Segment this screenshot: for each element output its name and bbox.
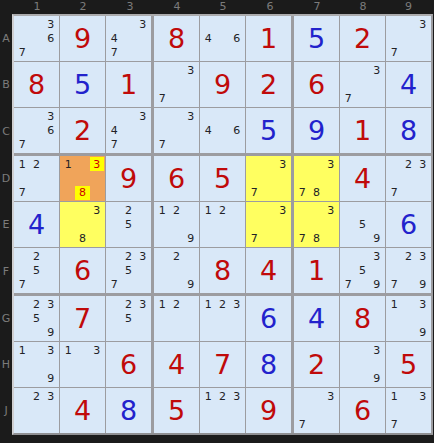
cell-value: 6 [106, 342, 151, 387]
cell-value: 6 [386, 202, 431, 247]
candidate-3: 3 [416, 389, 430, 403]
cell-G8[interactable]: 8 [340, 296, 386, 342]
cell-value: 8 [200, 248, 245, 293]
row-label-B: B [0, 79, 12, 91]
cell-D3[interactable]: 9 [106, 156, 154, 202]
candidate-7: 7 [15, 278, 29, 292]
cell-G2[interactable]: 7 [60, 296, 106, 342]
cell-F8[interactable]: 3579 [340, 248, 386, 296]
row-label-H: H [0, 359, 12, 371]
col-label-4: 4 [174, 1, 181, 13]
cell-value: 6 [154, 156, 199, 201]
candidate-5: 5 [355, 217, 369, 231]
candidate-1: 1 [155, 203, 169, 217]
candidate-9: 9 [44, 326, 58, 340]
col-label-6: 6 [267, 1, 274, 13]
candidate-2: 2 [29, 389, 43, 403]
candidate-3: 3 [90, 203, 104, 217]
candidate-7: 7 [247, 186, 261, 200]
col-label-8: 8 [360, 1, 367, 13]
candidate-9: 9 [370, 372, 384, 386]
candidate-6: 6 [44, 31, 58, 45]
candidate-grid: 347 [107, 109, 150, 152]
cell-G1[interactable]: 2359 [14, 296, 60, 342]
cell-value: 4 [154, 342, 199, 387]
row-label-F: F [0, 266, 12, 278]
candidate-4: 4 [107, 31, 121, 45]
row-label-G: G [0, 313, 12, 325]
candidate-7: 7 [387, 186, 401, 200]
candidate-grid: 137 [387, 389, 430, 432]
cell-value: 6 [294, 62, 339, 107]
candidate-grid: 12 [201, 203, 244, 246]
candidate-3: 3 [324, 157, 338, 171]
cell-E2[interactable]: 38 [60, 202, 106, 248]
cell-A2[interactable]: 9 [60, 16, 106, 62]
candidate-1: 1 [15, 157, 29, 171]
candidate-grid: 12 [155, 297, 198, 340]
candidate-3: 3 [90, 343, 104, 357]
candidate-7: 7 [15, 138, 29, 152]
candidate-grid: 123 [201, 389, 244, 432]
candidate-grid: 2357 [107, 249, 150, 292]
cell-value: 5 [294, 16, 339, 61]
candidate-1: 1 [61, 343, 75, 357]
cell-E4[interactable]: 129 [154, 202, 200, 248]
cell-D2[interactable]: 138 [60, 156, 106, 202]
cell-A3[interactable]: 347 [106, 16, 154, 62]
cell-H8[interactable]: 39 [340, 342, 386, 388]
candidate-grid: 139 [15, 343, 58, 386]
cell-value: 5 [200, 156, 245, 201]
cell-value: 8 [340, 296, 385, 341]
candidate-3: 3 [230, 389, 244, 403]
candidate-3: 3 [324, 389, 338, 403]
candidate-3: 3 [136, 17, 150, 31]
candidate-7: 7 [247, 232, 261, 246]
cell-value: 4 [14, 202, 59, 247]
candidate-grid: 13 [61, 343, 104, 386]
cell-value: 6 [246, 296, 291, 341]
candidate-3: 3 [370, 63, 384, 77]
cell-value: 8 [386, 108, 431, 153]
candidate-grid: 46 [201, 17, 244, 60]
cell-C5[interactable]: 46 [200, 108, 246, 156]
candidate-grid: 347 [107, 17, 150, 60]
cell-value: 9 [294, 108, 339, 153]
candidate-grid: 37 [295, 389, 338, 432]
cell-A4[interactable]: 8 [154, 16, 200, 62]
candidate-9: 9 [416, 326, 430, 340]
candidate-7: 7 [341, 92, 355, 106]
candidate-3: 3 [416, 17, 430, 31]
candidate-grid: 37 [155, 109, 198, 152]
candidate-3: 3 [276, 157, 290, 171]
candidate-3: 3 [44, 297, 58, 311]
cell-C3[interactable]: 347 [106, 108, 154, 156]
cell-E5[interactable]: 12 [200, 202, 246, 248]
candidate-3: 3 [276, 203, 290, 217]
cell-A9[interactable]: 37 [386, 16, 431, 62]
candidate-9: 9 [370, 278, 384, 292]
candidate-3: 3 [44, 17, 58, 31]
candidate-3: 3 [416, 297, 430, 311]
cell-value: 2 [340, 16, 385, 61]
cell-value: 5 [154, 388, 199, 433]
cell-value: 4 [294, 296, 339, 341]
cell-value: 7 [60, 296, 105, 341]
col-label-3: 3 [127, 1, 134, 13]
candidate-7: 7 [387, 46, 401, 60]
candidate-2: 2 [29, 249, 43, 263]
cell-value: 9 [60, 16, 105, 61]
candidate-grid: 38 [61, 203, 104, 246]
candidate-2: 2 [169, 203, 183, 217]
cell-C7[interactable]: 9 [294, 108, 340, 156]
cell-D1[interactable]: 127 [14, 156, 60, 202]
cell-J7[interactable]: 37 [294, 388, 340, 433]
cell-B7[interactable]: 6 [294, 62, 340, 108]
candidate-2: 2 [401, 157, 415, 171]
candidate-grid: 257 [15, 249, 58, 292]
candidate-grid: 59 [341, 203, 384, 246]
candidate-3: 3 [136, 249, 150, 263]
cell-B9[interactable]: 4 [386, 62, 431, 108]
candidate-grid: 29 [155, 249, 198, 292]
cell-J8[interactable]: 6 [340, 388, 386, 433]
candidate-grid: 37 [247, 203, 290, 246]
candidate-2: 2 [401, 249, 415, 263]
candidate-9: 9 [184, 232, 198, 246]
candidate-grid: 237 [387, 157, 430, 200]
cell-A1[interactable]: 367 [14, 16, 60, 62]
candidate-2: 2 [121, 297, 135, 311]
cell-G9[interactable]: 139 [386, 296, 431, 342]
candidate-6: 6 [230, 123, 244, 137]
candidate-3: 3 [90, 157, 104, 171]
cell-B5[interactable]: 9 [200, 62, 246, 108]
cell-A8[interactable]: 2 [340, 16, 386, 62]
cell-value: 9 [200, 62, 245, 107]
row-label-D: D [0, 173, 12, 185]
cell-J3[interactable]: 8 [106, 388, 154, 433]
cell-value: 8 [106, 388, 151, 433]
candidate-8: 8 [309, 232, 323, 246]
candidate-grid: 2359 [15, 297, 58, 340]
cell-A7[interactable]: 5 [294, 16, 340, 62]
row-label-C: C [0, 126, 12, 138]
candidate-grid: 37 [247, 157, 290, 200]
cell-F6[interactable]: 4 [246, 248, 294, 296]
cell-F9[interactable]: 2379 [386, 248, 431, 296]
candidate-6: 6 [230, 31, 244, 45]
candidate-7: 7 [341, 278, 355, 292]
cell-value: 1 [246, 16, 291, 61]
candidate-3: 3 [44, 389, 58, 403]
cell-value: 7 [200, 342, 245, 387]
cell-F4[interactable]: 29 [154, 248, 200, 296]
candidate-7: 7 [295, 186, 309, 200]
candidate-grid: 127 [15, 157, 58, 200]
candidate-1: 1 [201, 297, 215, 311]
candidate-5: 5 [29, 311, 43, 325]
candidate-2: 2 [215, 389, 229, 403]
candidate-3: 3 [370, 343, 384, 357]
cell-B3[interactable]: 1 [106, 62, 154, 108]
candidate-5: 5 [121, 217, 135, 231]
candidate-2: 2 [169, 249, 183, 263]
candidate-1: 1 [201, 389, 215, 403]
board-area: 3679347846152378513792637436723473746591… [0, 0, 434, 443]
cell-J4[interactable]: 5 [154, 388, 200, 433]
candidate-5: 5 [121, 311, 135, 325]
cell-G3[interactable]: 235 [106, 296, 154, 342]
cell-value: 8 [246, 342, 291, 387]
cell-E8[interactable]: 59 [340, 202, 386, 248]
candidate-grid: 23 [15, 389, 58, 432]
cell-D6[interactable]: 37 [246, 156, 294, 202]
candidate-5: 5 [29, 263, 43, 277]
cell-H6[interactable]: 8 [246, 342, 294, 388]
cell-H2[interactable]: 13 [60, 342, 106, 388]
candidate-7: 7 [295, 418, 309, 432]
candidate-2: 2 [169, 297, 183, 311]
cell-J5[interactable]: 123 [200, 388, 246, 433]
candidate-grid: 123 [201, 297, 244, 340]
row-label-J: J [0, 405, 12, 417]
candidate-2: 2 [121, 203, 135, 217]
cell-C6[interactable]: 5 [246, 108, 294, 156]
cell-J1[interactable]: 23 [14, 388, 60, 433]
cell-A5[interactable]: 46 [200, 16, 246, 62]
cell-G7[interactable]: 4 [294, 296, 340, 342]
sudoku-app-window: 3679347846152378513792637436723473746591… [0, 0, 434, 443]
cell-F7[interactable]: 1 [294, 248, 340, 296]
cell-F2[interactable]: 6 [60, 248, 106, 296]
cell-H3[interactable]: 6 [106, 342, 154, 388]
candidate-7: 7 [15, 46, 29, 60]
row-label-A: A [0, 33, 12, 45]
col-label-1: 1 [34, 1, 41, 13]
cell-D9[interactable]: 237 [386, 156, 431, 202]
cell-C9[interactable]: 8 [386, 108, 431, 156]
cell-value: 2 [246, 62, 291, 107]
cell-H5[interactable]: 7 [200, 342, 246, 388]
candidate-grid: 378 [295, 203, 338, 246]
candidate-2: 2 [215, 297, 229, 311]
candidate-9: 9 [184, 278, 198, 292]
cell-A6[interactable]: 1 [246, 16, 294, 62]
cell-E7[interactable]: 378 [294, 202, 340, 248]
cell-J9[interactable]: 137 [386, 388, 431, 433]
col-label-2: 2 [80, 1, 87, 13]
candidate-3: 3 [44, 343, 58, 357]
cell-D7[interactable]: 378 [294, 156, 340, 202]
cell-value: 8 [154, 16, 199, 61]
cell-value: 8 [14, 62, 59, 107]
candidate-grid: 2379 [387, 249, 430, 292]
candidate-grid: 37 [341, 63, 384, 106]
col-label-7: 7 [314, 1, 321, 13]
candidate-grid: 235 [107, 297, 150, 340]
candidate-grid: 367 [15, 109, 58, 152]
cell-value: 6 [60, 248, 105, 293]
cell-C8[interactable]: 1 [340, 108, 386, 156]
candidate-grid: 46 [201, 109, 244, 152]
candidate-3: 3 [230, 297, 244, 311]
cell-H7[interactable]: 2 [294, 342, 340, 388]
cell-H4[interactable]: 4 [154, 342, 200, 388]
candidate-7: 7 [387, 278, 401, 292]
sudoku-board: 3679347846152378513792637436723473746591… [12, 14, 433, 435]
candidate-2: 2 [215, 203, 229, 217]
candidate-3: 3 [136, 109, 150, 123]
cell-value: 1 [294, 248, 339, 293]
candidate-grid: 37 [387, 17, 430, 60]
candidate-7: 7 [155, 92, 169, 106]
candidate-4: 4 [201, 123, 215, 137]
cell-G6[interactable]: 6 [246, 296, 294, 342]
candidate-3: 3 [184, 63, 198, 77]
cell-H9[interactable]: 5 [386, 342, 431, 388]
candidate-grid: 39 [341, 343, 384, 386]
cell-value: 2 [60, 108, 105, 153]
candidate-2: 2 [29, 157, 43, 171]
candidate-7: 7 [107, 138, 121, 152]
candidate-7: 7 [155, 138, 169, 152]
candidate-7: 7 [107, 46, 121, 60]
cell-value: 4 [386, 62, 431, 107]
candidate-3: 3 [416, 249, 430, 263]
cell-B1[interactable]: 8 [14, 62, 60, 108]
candidate-7: 7 [387, 418, 401, 432]
cell-value: 1 [340, 108, 385, 153]
cell-D8[interactable]: 4 [340, 156, 386, 202]
cell-value: 6 [340, 388, 385, 433]
candidate-8: 8 [309, 186, 323, 200]
cell-C4[interactable]: 37 [154, 108, 200, 156]
candidate-3: 3 [44, 109, 58, 123]
candidate-3: 3 [370, 249, 384, 263]
cell-E1[interactable]: 4 [14, 202, 60, 248]
candidate-3: 3 [416, 157, 430, 171]
col-label-5: 5 [220, 1, 227, 13]
cell-value: 5 [386, 342, 431, 387]
cell-D4[interactable]: 6 [154, 156, 200, 202]
cell-F3[interactable]: 2357 [106, 248, 154, 296]
cell-E3[interactable]: 25 [106, 202, 154, 248]
candidate-4: 4 [201, 31, 215, 45]
cell-G5[interactable]: 123 [200, 296, 246, 342]
cell-D5[interactable]: 5 [200, 156, 246, 202]
candidate-7: 7 [295, 232, 309, 246]
candidate-7: 7 [15, 186, 29, 200]
candidate-1: 1 [155, 297, 169, 311]
cell-J2[interactable]: 4 [60, 388, 106, 433]
cell-B6[interactable]: 2 [246, 62, 294, 108]
candidate-1: 1 [15, 343, 29, 357]
candidate-7: 7 [107, 278, 121, 292]
candidate-grid: 378 [295, 157, 338, 200]
cell-C1[interactable]: 367 [14, 108, 60, 156]
cell-E6[interactable]: 37 [246, 202, 294, 248]
cell-value: 5 [60, 62, 105, 107]
cell-value: 5 [246, 108, 291, 153]
candidate-3: 3 [324, 203, 338, 217]
candidate-grid: 25 [107, 203, 150, 246]
candidate-grid: 129 [155, 203, 198, 246]
cell-H1[interactable]: 139 [14, 342, 60, 388]
candidate-9: 9 [370, 232, 384, 246]
candidate-grid: 3579 [341, 249, 384, 292]
cell-B4[interactable]: 37 [154, 62, 200, 108]
candidate-9: 9 [44, 372, 58, 386]
row-label-E: E [0, 219, 12, 231]
candidate-3: 3 [136, 297, 150, 311]
candidate-1: 1 [61, 157, 75, 171]
candidate-grid: 37 [155, 63, 198, 106]
cell-value: 4 [340, 156, 385, 201]
cell-value: 4 [246, 248, 291, 293]
candidate-3: 3 [184, 109, 198, 123]
candidate-4: 4 [107, 123, 121, 137]
candidate-6: 6 [44, 123, 58, 137]
cell-F5[interactable]: 8 [200, 248, 246, 296]
candidate-grid: 367 [15, 17, 58, 60]
cell-G4[interactable]: 12 [154, 296, 200, 342]
col-label-9: 9 [405, 1, 412, 13]
cell-value: 9 [106, 156, 151, 201]
candidate-1: 1 [387, 297, 401, 311]
cell-C2[interactable]: 2 [60, 108, 106, 156]
cell-F1[interactable]: 257 [14, 248, 60, 296]
cell-value: 4 [60, 388, 105, 433]
candidate-8: 8 [75, 232, 89, 246]
cell-B2[interactable]: 5 [60, 62, 106, 108]
candidate-1: 1 [387, 389, 401, 403]
cell-value: 1 [106, 62, 151, 107]
cell-E9[interactable]: 6 [386, 202, 431, 248]
candidate-1: 1 [201, 203, 215, 217]
cell-value: 9 [246, 388, 291, 433]
candidate-2: 2 [121, 249, 135, 263]
candidate-grid: 138 [61, 157, 104, 200]
candidate-9: 9 [416, 278, 430, 292]
candidate-2: 2 [29, 297, 43, 311]
candidate-grid: 139 [387, 297, 430, 340]
cell-value: 2 [294, 342, 339, 387]
candidate-8: 8 [75, 186, 89, 200]
cell-J6[interactable]: 9 [246, 388, 294, 433]
candidate-5: 5 [355, 263, 369, 277]
cell-B8[interactable]: 37 [340, 62, 386, 108]
candidate-5: 5 [121, 263, 135, 277]
